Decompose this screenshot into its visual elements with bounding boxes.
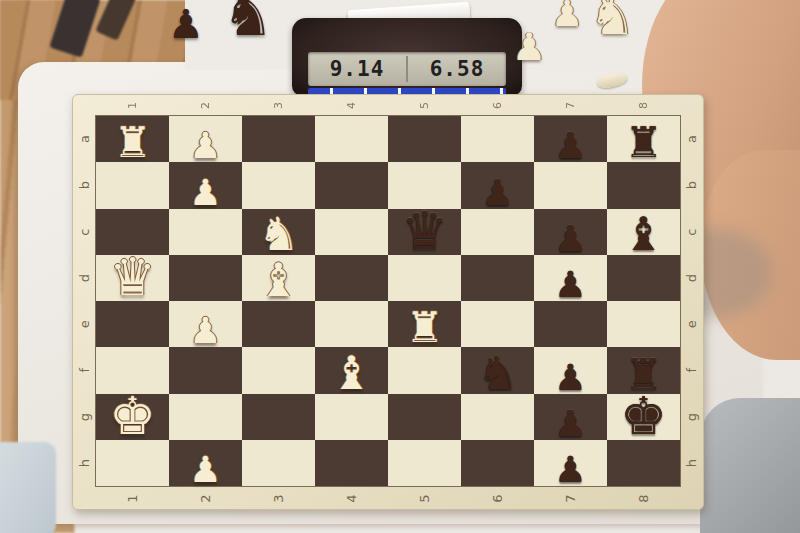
square-c6 [461, 209, 534, 255]
piece-black-knight: ♞ [461, 350, 534, 396]
piece-white-rook: ♜ [388, 307, 461, 349]
captured-white-pawn: ♟ [551, 0, 583, 32]
square-a4 [315, 116, 388, 162]
square-h5 [388, 440, 461, 486]
piece-black-pawn: ♟ [534, 452, 607, 488]
square-c7: ♟ [534, 209, 607, 255]
square-d8 [607, 255, 680, 301]
piece-white-pawn: ♟ [169, 175, 242, 211]
square-b4 [315, 162, 388, 208]
square-b3 [242, 162, 315, 208]
file-labels-right: abcdefgh [680, 116, 703, 486]
square-e2: ♟ [169, 301, 242, 347]
gray-floor [700, 398, 800, 533]
piece-black-pawn: ♟ [461, 175, 534, 211]
piece-black-queen: ♛ [388, 205, 461, 257]
square-a8: ♜ [607, 116, 680, 162]
captured-black-pawn: ♟ [168, 4, 204, 44]
square-g2 [169, 394, 242, 440]
piece-white-knight: ♞ [242, 211, 315, 257]
chess-board: abcdefgh abcdefgh 12345678 12345678 ♜♟♟♜… [72, 94, 704, 510]
square-a3 [242, 116, 315, 162]
square-a1: ♜ [96, 116, 169, 162]
piece-black-rook: ♜ [607, 122, 680, 164]
clock-display: 9.14 6.58 [308, 52, 506, 86]
square-e3 [242, 301, 315, 347]
piece-white-bishop: ♝ [242, 257, 315, 303]
square-h8 [607, 440, 680, 486]
square-d7: ♟ [534, 255, 607, 301]
piece-black-rook: ♜ [607, 354, 680, 396]
square-c1 [96, 209, 169, 255]
captured-white-knight: ♞ [589, 0, 636, 42]
square-b2: ♟ [169, 162, 242, 208]
piece-black-pawn: ♟ [534, 360, 607, 396]
square-g3 [242, 394, 315, 440]
square-g1: ♚ [96, 394, 169, 440]
square-f8: ♜ [607, 347, 680, 393]
square-h1 [96, 440, 169, 486]
photo-scene: 9.14 6.58 ♟♞ ♟♟♞ abcdefgh abcdefgh 12345… [0, 0, 800, 533]
square-f6: ♞ [461, 347, 534, 393]
file-labels-left: abcdefgh [73, 116, 96, 486]
square-f4: ♝ [315, 347, 388, 393]
captured-white-pawn: ♟ [512, 28, 546, 66]
square-f3 [242, 347, 315, 393]
square-e6 [461, 301, 534, 347]
floor-patch [0, 442, 56, 533]
square-g8: ♚ [607, 394, 680, 440]
piece-white-pawn: ♟ [169, 313, 242, 349]
square-e4 [315, 301, 388, 347]
square-e5: ♜ [388, 301, 461, 347]
square-h7: ♟ [534, 440, 607, 486]
square-f5 [388, 347, 461, 393]
square-g7: ♟ [534, 394, 607, 440]
board-grid: ♜♟♟♜♟♟♞♛♟♝♛♝♟♟♜♝♞♟♜♚♟♚♟♟ [96, 116, 680, 486]
square-b5 [388, 162, 461, 208]
square-h4 [315, 440, 388, 486]
rank-labels-bottom: 12345678 [96, 488, 680, 509]
square-b8 [607, 162, 680, 208]
piece-white-king: ♚ [96, 390, 169, 442]
square-d4 [315, 255, 388, 301]
square-d1: ♛ [96, 255, 169, 301]
piece-black-pawn: ♟ [534, 406, 607, 442]
square-h2: ♟ [169, 440, 242, 486]
square-e1 [96, 301, 169, 347]
square-f1 [96, 347, 169, 393]
square-b6: ♟ [461, 162, 534, 208]
captured-black-knight: ♞ [222, 0, 274, 44]
piece-black-pawn: ♟ [534, 267, 607, 303]
square-a6 [461, 116, 534, 162]
piece-white-pawn: ♟ [169, 452, 242, 488]
square-c4 [315, 209, 388, 255]
square-g4 [315, 394, 388, 440]
square-a5 [388, 116, 461, 162]
square-c2 [169, 209, 242, 255]
square-d3: ♝ [242, 255, 315, 301]
square-g5 [388, 394, 461, 440]
square-e8 [607, 301, 680, 347]
square-a7: ♟ [534, 116, 607, 162]
square-g6 [461, 394, 534, 440]
square-f7: ♟ [534, 347, 607, 393]
square-h6 [461, 440, 534, 486]
square-a2: ♟ [169, 116, 242, 162]
piece-white-rook: ♜ [96, 122, 169, 164]
piece-black-pawn: ♟ [534, 221, 607, 257]
square-d5 [388, 255, 461, 301]
piece-white-pawn: ♟ [169, 128, 242, 164]
square-h3 [242, 440, 315, 486]
piece-white-queen: ♛ [96, 251, 169, 303]
rank-labels-top: 12345678 [96, 95, 680, 116]
square-c8: ♝ [607, 209, 680, 255]
square-d6 [461, 255, 534, 301]
piece-black-bishop: ♝ [607, 211, 680, 257]
piece-black-king: ♚ [607, 390, 680, 442]
square-b7 [534, 162, 607, 208]
square-c5: ♛ [388, 209, 461, 255]
piece-black-pawn: ♟ [534, 128, 607, 164]
square-f2 [169, 347, 242, 393]
square-c3: ♞ [242, 209, 315, 255]
square-e7 [534, 301, 607, 347]
piece-white-bishop: ♝ [315, 350, 388, 396]
square-b1 [96, 162, 169, 208]
square-d2 [169, 255, 242, 301]
